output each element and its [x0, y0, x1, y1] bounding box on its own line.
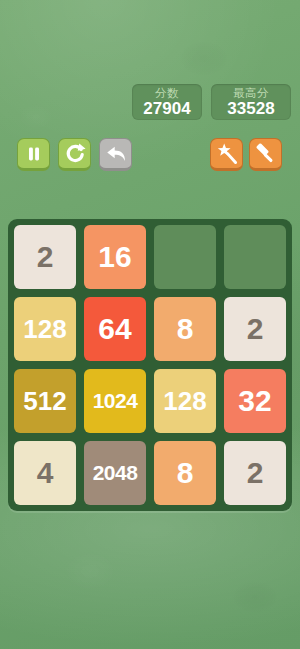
tile-2: 2: [14, 225, 76, 289]
tile-2: 2: [224, 441, 286, 505]
restart-icon: [62, 141, 88, 167]
empty-cell: [224, 225, 286, 289]
restart-button[interactable]: [58, 138, 91, 171]
empty-cell: [154, 225, 216, 289]
tile-8: 8: [154, 441, 216, 505]
tile-8: 8: [154, 297, 216, 361]
hammer-icon: [253, 141, 279, 167]
best-score-value: 33528: [227, 100, 274, 118]
tile-128: 128: [154, 369, 216, 433]
tile-128: 128: [14, 297, 76, 361]
score-box: 分数 27904: [132, 84, 202, 120]
tile-32: 32: [224, 369, 286, 433]
best-score-label: 最高分: [233, 87, 269, 99]
tile-2048: 2048: [84, 441, 146, 505]
score-label: 分数: [155, 87, 179, 99]
undo-button[interactable]: [99, 138, 132, 171]
hammer-button[interactable]: [249, 138, 282, 171]
tile-1024: 1024: [84, 369, 146, 433]
undo-icon: [103, 141, 129, 167]
magic-wand-button[interactable]: [210, 138, 243, 171]
tile-512: 512: [14, 369, 76, 433]
board[interactable]: 21612864825121024128324204882: [8, 219, 292, 511]
score-value: 27904: [143, 100, 190, 118]
best-score-box: 最高分 33528: [211, 84, 291, 120]
game-screen: 分数 27904 最高分 33528: [0, 0, 300, 649]
tile-4: 4: [14, 441, 76, 505]
pause-icon: [21, 141, 47, 167]
tile-16: 16: [84, 225, 146, 289]
magic-wand-icon: [214, 141, 240, 167]
pause-button[interactable]: [17, 138, 50, 171]
tile-2: 2: [224, 297, 286, 361]
tile-64: 64: [84, 297, 146, 361]
